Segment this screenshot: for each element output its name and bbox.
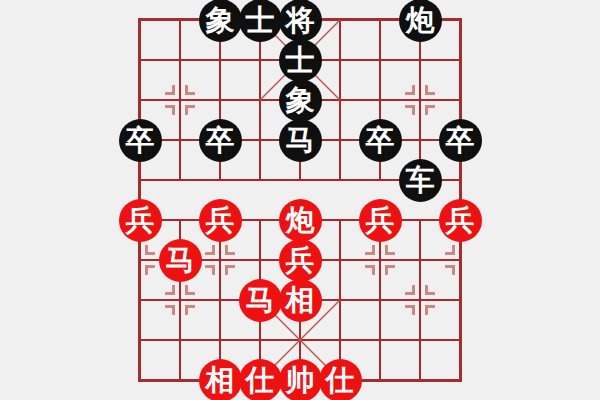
point-marker <box>365 265 375 275</box>
piece-black-pawn[interactable]: 卒 <box>119 119 162 162</box>
point-marker <box>145 265 155 275</box>
piece-black-king[interactable]: 将 <box>279 0 322 42</box>
point-marker <box>225 265 235 275</box>
piece-black-pawn[interactable]: 卒 <box>359 119 402 162</box>
piece-red-advisor[interactable]: 仕 <box>319 359 362 400</box>
piece-red-advisor[interactable]: 仕 <box>239 359 282 400</box>
piece-red-pawn[interactable]: 兵 <box>279 239 322 282</box>
piece-black-advisor[interactable]: 士 <box>239 0 282 42</box>
point-marker <box>445 245 455 255</box>
point-marker <box>445 265 455 275</box>
piece-black-elephant[interactable]: 象 <box>199 0 242 42</box>
point-marker <box>425 105 435 115</box>
point-marker <box>145 245 155 255</box>
piece-black-chariot[interactable]: 车 <box>399 159 442 202</box>
point-marker <box>165 85 175 95</box>
point-marker <box>365 245 375 255</box>
point-marker <box>185 285 195 295</box>
point-marker <box>385 265 395 275</box>
point-marker <box>405 85 415 95</box>
piece-red-elephant[interactable]: 相 <box>199 359 242 400</box>
point-marker <box>205 265 215 275</box>
piece-red-cannon[interactable]: 炮 <box>279 199 322 242</box>
piece-black-horse[interactable]: 马 <box>279 119 322 162</box>
piece-red-elephant[interactable]: 相 <box>279 279 322 322</box>
point-marker <box>165 105 175 115</box>
xiangqi-screenshot: 象士将炮士象卒卒马卒卒车兵兵炮兵兵马兵马相相仕帅仕 <box>0 0 600 400</box>
piece-red-pawn[interactable]: 兵 <box>359 199 402 242</box>
point-marker <box>185 305 195 315</box>
point-marker <box>405 305 415 315</box>
point-marker <box>385 245 395 255</box>
point-marker <box>425 305 435 315</box>
point-marker <box>165 305 175 315</box>
point-marker <box>405 105 415 115</box>
piece-black-pawn[interactable]: 卒 <box>199 119 242 162</box>
piece-black-pawn[interactable]: 卒 <box>439 119 482 162</box>
piece-red-king[interactable]: 帅 <box>279 359 322 400</box>
piece-black-advisor[interactable]: 士 <box>279 39 322 82</box>
piece-black-cannon[interactable]: 炮 <box>399 0 442 42</box>
piece-red-pawn[interactable]: 兵 <box>439 199 482 242</box>
piece-black-elephant[interactable]: 象 <box>279 79 322 122</box>
point-marker <box>185 105 195 115</box>
point-marker <box>225 245 235 255</box>
point-marker <box>165 285 175 295</box>
point-marker <box>425 285 435 295</box>
point-marker <box>185 85 195 95</box>
piece-red-horse[interactable]: 马 <box>159 239 202 282</box>
point-marker <box>205 245 215 255</box>
point-marker <box>405 285 415 295</box>
point-marker <box>425 85 435 95</box>
piece-red-horse[interactable]: 马 <box>239 279 282 322</box>
piece-red-pawn[interactable]: 兵 <box>199 199 242 242</box>
piece-red-pawn[interactable]: 兵 <box>119 199 162 242</box>
